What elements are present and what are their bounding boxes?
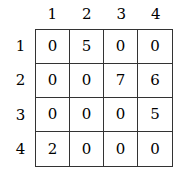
cell-r1c1: 0 (36, 30, 70, 64)
row-label-4: 4 (0, 133, 35, 168)
cell-r1c2: 5 (70, 30, 104, 64)
col-label-2: 2 (70, 0, 105, 29)
cell-r1c3: 0 (104, 30, 138, 64)
cell-r2c1: 0 (36, 64, 70, 98)
cell-r3c1: 0 (36, 98, 70, 132)
col-label-1: 1 (35, 0, 70, 29)
column-labels: 1 2 3 4 (35, 0, 173, 29)
grid-board: 0 5 0 0 0 0 7 6 0 0 0 5 2 0 0 0 (35, 29, 173, 167)
cell-r4c2: 0 (70, 132, 104, 166)
row-label-1: 1 (0, 29, 35, 64)
cell-r4c1: 2 (36, 132, 70, 166)
cell-r4c3: 0 (104, 132, 138, 166)
cell-r2c3: 7 (104, 64, 138, 98)
col-label-4: 4 (139, 0, 174, 29)
row-labels: 1 2 3 4 (0, 29, 35, 167)
number-grid-figure: 1 2 3 4 1 2 3 4 0 5 0 0 0 0 7 6 0 0 0 5 … (0, 0, 187, 175)
cell-r3c2: 0 (70, 98, 104, 132)
cell-r1c4: 0 (138, 30, 172, 64)
col-label-3: 3 (104, 0, 139, 29)
cell-r2c2: 0 (70, 64, 104, 98)
cell-r3c3: 0 (104, 98, 138, 132)
row-label-2: 2 (0, 64, 35, 99)
cell-r2c4: 6 (138, 64, 172, 98)
row-label-3: 3 (0, 98, 35, 133)
cell-r3c4: 5 (138, 98, 172, 132)
cell-r4c4: 0 (138, 132, 172, 166)
